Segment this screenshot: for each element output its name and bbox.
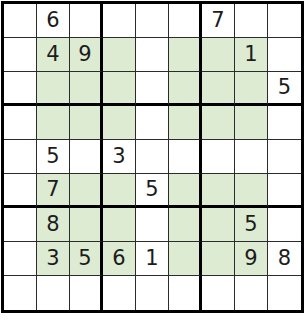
cell-r9c8[interactable] xyxy=(235,276,268,310)
cell-r6c8[interactable] xyxy=(235,174,268,208)
cell-r3c6[interactable] xyxy=(169,72,202,106)
page-background: 674915537585356198 xyxy=(0,0,304,320)
cell-r2c7[interactable] xyxy=(202,38,235,72)
cell-r4c3[interactable] xyxy=(70,106,103,140)
cell-r8c5[interactable]: 1 xyxy=(136,242,169,276)
cell-r8c9[interactable]: 8 xyxy=(268,242,301,276)
cell-r7c2[interactable]: 8 xyxy=(37,208,70,242)
cell-r4c8[interactable] xyxy=(235,106,268,140)
cell-r3c1[interactable] xyxy=(4,72,37,106)
cell-r5c8[interactable] xyxy=(235,140,268,174)
cell-r6c4[interactable] xyxy=(103,174,136,208)
cell-r3c5[interactable] xyxy=(136,72,169,106)
cell-r2c3[interactable]: 9 xyxy=(70,38,103,72)
cell-r1c7[interactable]: 7 xyxy=(202,4,235,38)
cell-r7c8[interactable]: 5 xyxy=(235,208,268,242)
cell-r5c6[interactable] xyxy=(169,140,202,174)
cell-r6c3[interactable] xyxy=(70,174,103,208)
cell-r5c2[interactable]: 5 xyxy=(37,140,70,174)
cell-r1c5[interactable] xyxy=(136,4,169,38)
cell-r2c6[interactable] xyxy=(169,38,202,72)
cell-r1c2[interactable]: 6 xyxy=(37,4,70,38)
cell-r7c9[interactable] xyxy=(268,208,301,242)
cell-r5c1[interactable] xyxy=(4,140,37,174)
sudoku-board: 674915537585356198 xyxy=(1,1,304,313)
cell-r9c1[interactable] xyxy=(4,276,37,310)
cell-r4c5[interactable] xyxy=(136,106,169,140)
cell-r3c3[interactable] xyxy=(70,72,103,106)
cell-r3c4[interactable] xyxy=(103,72,136,106)
cell-r9c4[interactable] xyxy=(103,276,136,310)
cell-r9c6[interactable] xyxy=(169,276,202,310)
cell-r5c9[interactable] xyxy=(268,140,301,174)
cell-r8c2[interactable]: 3 xyxy=(37,242,70,276)
cell-r4c1[interactable] xyxy=(4,106,37,140)
cell-r1c1[interactable] xyxy=(4,4,37,38)
cell-r8c3[interactable]: 5 xyxy=(70,242,103,276)
cell-r9c2[interactable] xyxy=(37,276,70,310)
cell-r9c5[interactable] xyxy=(136,276,169,310)
cell-r2c8[interactable]: 1 xyxy=(235,38,268,72)
cell-r7c3[interactable] xyxy=(70,208,103,242)
cell-r1c3[interactable] xyxy=(70,4,103,38)
cell-r9c7[interactable] xyxy=(202,276,235,310)
cell-r2c2[interactable]: 4 xyxy=(37,38,70,72)
cell-r1c6[interactable] xyxy=(169,4,202,38)
cell-r6c5[interactable]: 5 xyxy=(136,174,169,208)
cell-r2c9[interactable] xyxy=(268,38,301,72)
cell-r7c4[interactable] xyxy=(103,208,136,242)
cell-r4c2[interactable] xyxy=(37,106,70,140)
cell-r6c6[interactable] xyxy=(169,174,202,208)
cell-r6c9[interactable] xyxy=(268,174,301,208)
cell-r8c8[interactable]: 9 xyxy=(235,242,268,276)
cell-r8c4[interactable]: 6 xyxy=(103,242,136,276)
cell-r6c1[interactable] xyxy=(4,174,37,208)
cell-r1c9[interactable] xyxy=(268,4,301,38)
cell-r5c7[interactable] xyxy=(202,140,235,174)
cell-r9c9[interactable] xyxy=(268,276,301,310)
cell-r3c9[interactable]: 5 xyxy=(268,72,301,106)
cell-r5c4[interactable]: 3 xyxy=(103,140,136,174)
cell-r6c7[interactable] xyxy=(202,174,235,208)
cell-r7c6[interactable] xyxy=(169,208,202,242)
cell-r7c1[interactable] xyxy=(4,208,37,242)
cell-r3c7[interactable] xyxy=(202,72,235,106)
cell-r3c8[interactable] xyxy=(235,72,268,106)
cell-r8c1[interactable] xyxy=(4,242,37,276)
cell-r3c2[interactable] xyxy=(37,72,70,106)
cell-r2c1[interactable] xyxy=(4,38,37,72)
cell-r2c4[interactable] xyxy=(103,38,136,72)
cell-r8c7[interactable] xyxy=(202,242,235,276)
cell-r4c9[interactable] xyxy=(268,106,301,140)
cell-r2c5[interactable] xyxy=(136,38,169,72)
cell-r7c7[interactable] xyxy=(202,208,235,242)
cell-r8c6[interactable] xyxy=(169,242,202,276)
cell-r1c4[interactable] xyxy=(103,4,136,38)
cell-r5c3[interactable] xyxy=(70,140,103,174)
cell-r6c2[interactable]: 7 xyxy=(37,174,70,208)
cell-r4c6[interactable] xyxy=(169,106,202,140)
cell-r1c8[interactable] xyxy=(235,4,268,38)
cell-r5c5[interactable] xyxy=(136,140,169,174)
cell-r4c7[interactable] xyxy=(202,106,235,140)
cell-r4c4[interactable] xyxy=(103,106,136,140)
cell-r9c3[interactable] xyxy=(70,276,103,310)
cell-r7c5[interactable] xyxy=(136,208,169,242)
